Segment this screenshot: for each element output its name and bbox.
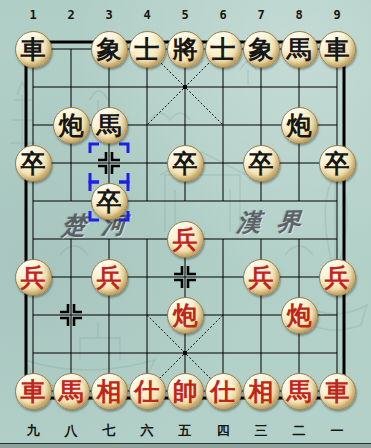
piece-black-horse[interactable]: 馬 — [91, 107, 128, 144]
piece-black-soldier[interactable]: 卒 — [243, 145, 280, 182]
file-label-bottom: 三 — [250, 422, 272, 440]
piece-black-soldier[interactable]: 卒 — [15, 145, 52, 182]
file-label-top: 8 — [288, 8, 310, 22]
file-label-top: 4 — [136, 8, 158, 22]
piece-black-chariot[interactable]: 車 — [15, 31, 52, 68]
piece-red-soldier[interactable]: 兵 — [319, 259, 356, 296]
window-bottom-edge — [0, 443, 371, 448]
piece-red-soldier[interactable]: 兵 — [167, 221, 204, 258]
move-origin-cross-marker — [58, 302, 84, 332]
file-label-bottom: 二 — [288, 422, 310, 440]
file-label-top: 3 — [98, 8, 120, 22]
piece-black-horse[interactable]: 馬 — [281, 31, 318, 68]
file-label-bottom: 四 — [212, 422, 234, 440]
piece-red-cannon[interactable]: 炮 — [281, 297, 318, 334]
piece-red-elephant[interactable]: 相 — [243, 373, 280, 410]
piece-black-elephant[interactable]: 象 — [91, 31, 128, 68]
piece-black-soldier[interactable]: 卒 — [319, 145, 356, 182]
file-label-bottom: 七 — [98, 422, 120, 440]
xiangqi-board: 123456789 九八七六五四三二一 楚河 漢界 車象士將士象馬車炮馬炮卒卒卒… — [0, 0, 371, 448]
file-label-bottom: 六 — [136, 422, 158, 440]
file-label-top: 6 — [212, 8, 234, 22]
piece-red-advisor[interactable]: 仕 — [129, 373, 166, 410]
piece-black-advisor[interactable]: 士 — [205, 31, 242, 68]
piece-red-soldier[interactable]: 兵 — [243, 259, 280, 296]
piece-red-horse[interactable]: 馬 — [281, 373, 318, 410]
piece-red-cannon[interactable]: 炮 — [167, 297, 204, 334]
piece-red-soldier[interactable]: 兵 — [91, 259, 128, 296]
piece-black-elephant[interactable]: 象 — [243, 31, 280, 68]
piece-red-advisor[interactable]: 仕 — [205, 373, 242, 410]
piece-black-soldier[interactable]: 卒 — [167, 145, 204, 182]
file-label-top: 1 — [22, 8, 44, 22]
piece-black-cannon[interactable]: 炮 — [53, 107, 90, 144]
piece-red-horse[interactable]: 馬 — [53, 373, 90, 410]
piece-black-cannon[interactable]: 炮 — [281, 107, 318, 144]
piece-red-elephant[interactable]: 相 — [91, 373, 128, 410]
piece-black-general[interactable]: 將 — [167, 31, 204, 68]
move-origin-cross-marker — [172, 264, 198, 294]
file-label-top: 5 — [174, 8, 196, 22]
file-label-bottom: 一 — [326, 422, 348, 440]
file-label-bottom: 九 — [22, 422, 44, 440]
piece-black-chariot[interactable]: 車 — [319, 31, 356, 68]
piece-red-chariot[interactable]: 車 — [15, 373, 52, 410]
file-label-bottom: 八 — [60, 422, 82, 440]
piece-black-advisor[interactable]: 士 — [129, 31, 166, 68]
file-label-top: 9 — [326, 8, 348, 22]
river-text-han-jie: 漢界 — [236, 205, 319, 238]
piece-red-general[interactable]: 帥 — [167, 373, 204, 410]
file-label-top: 7 — [250, 8, 272, 22]
file-label-top: 2 — [60, 8, 82, 22]
piece-red-chariot[interactable]: 車 — [319, 373, 356, 410]
file-label-bottom: 五 — [174, 422, 196, 440]
last-move-highlight-bracket — [88, 180, 130, 226]
piece-red-soldier[interactable]: 兵 — [15, 259, 52, 296]
